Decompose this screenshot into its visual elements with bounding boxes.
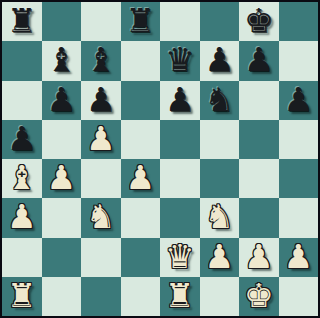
square-d8[interactable]: ♜ (121, 2, 161, 41)
square-a5[interactable]: ♟ (2, 120, 42, 159)
square-e3[interactable] (160, 198, 200, 237)
piece-white-pawn: ♟ (86, 122, 116, 155)
square-c1[interactable] (81, 277, 121, 316)
square-c8[interactable] (81, 2, 121, 41)
square-d1[interactable] (121, 277, 161, 316)
piece-white-queen: ♛ (165, 240, 195, 273)
square-b8[interactable] (42, 2, 82, 41)
square-g7[interactable]: ♟ (239, 41, 279, 80)
square-b5[interactable] (42, 120, 82, 159)
square-a6[interactable] (2, 81, 42, 120)
square-d5[interactable] (121, 120, 161, 159)
square-f3[interactable]: ♞ (200, 198, 240, 237)
piece-black-rook: ♜ (125, 4, 155, 37)
square-d6[interactable] (121, 81, 161, 120)
square-e5[interactable] (160, 120, 200, 159)
piece-white-knight: ♞ (204, 200, 234, 233)
square-f2[interactable]: ♟ (200, 238, 240, 277)
square-d7[interactable] (121, 41, 161, 80)
square-b2[interactable] (42, 238, 82, 277)
square-d4[interactable]: ♟ (121, 159, 161, 198)
square-g1[interactable]: ♚ (239, 277, 279, 316)
piece-black-pawn: ♟ (244, 43, 274, 76)
square-c7[interactable]: ♝ (81, 41, 121, 80)
square-e7[interactable]: ♛ (160, 41, 200, 80)
square-h2[interactable]: ♟ (279, 238, 319, 277)
square-f5[interactable] (200, 120, 240, 159)
square-b4[interactable]: ♟ (42, 159, 82, 198)
square-h6[interactable]: ♟ (279, 81, 319, 120)
piece-black-pawn: ♟ (7, 122, 37, 155)
square-b7[interactable]: ♝ (42, 41, 82, 80)
piece-white-pawn: ♟ (125, 161, 155, 194)
piece-black-queen: ♛ (165, 43, 195, 76)
square-c4[interactable] (81, 159, 121, 198)
square-g4[interactable] (239, 159, 279, 198)
square-f8[interactable] (200, 2, 240, 41)
square-e8[interactable] (160, 2, 200, 41)
square-a2[interactable] (2, 238, 42, 277)
piece-white-pawn: ♟ (244, 240, 274, 273)
square-f7[interactable]: ♟ (200, 41, 240, 80)
piece-black-king: ♚ (244, 4, 274, 37)
piece-black-pawn: ♟ (165, 83, 195, 116)
square-g3[interactable] (239, 198, 279, 237)
square-g2[interactable]: ♟ (239, 238, 279, 277)
square-f6[interactable]: ♞ (200, 81, 240, 120)
square-e1[interactable]: ♜ (160, 277, 200, 316)
square-h4[interactable] (279, 159, 319, 198)
piece-white-bishop: ♝ (7, 161, 37, 194)
board-grid: ♜♜♚♝♝♛♟♟♟♟♟♞♟♟♟♝♟♟♟♞♞♛♟♟♟♜♜♚ (2, 2, 318, 316)
piece-black-bishop: ♝ (86, 43, 116, 76)
square-h8[interactable] (279, 2, 319, 41)
square-f1[interactable] (200, 277, 240, 316)
square-b6[interactable]: ♟ (42, 81, 82, 120)
square-b1[interactable] (42, 277, 82, 316)
piece-white-pawn: ♟ (204, 240, 234, 273)
piece-white-rook: ♜ (165, 279, 195, 312)
square-e6[interactable]: ♟ (160, 81, 200, 120)
piece-black-pawn: ♟ (46, 83, 76, 116)
square-a7[interactable] (2, 41, 42, 80)
piece-white-pawn: ♟ (7, 200, 37, 233)
piece-white-rook: ♜ (7, 279, 37, 312)
piece-white-pawn: ♟ (46, 161, 76, 194)
square-g6[interactable] (239, 81, 279, 120)
piece-black-rook: ♜ (7, 4, 37, 37)
square-h7[interactable] (279, 41, 319, 80)
square-b3[interactable] (42, 198, 82, 237)
square-g5[interactable] (239, 120, 279, 159)
square-h5[interactable] (279, 120, 319, 159)
square-d3[interactable] (121, 198, 161, 237)
piece-black-knight: ♞ (204, 83, 234, 116)
square-a8[interactable]: ♜ (2, 2, 42, 41)
square-c5[interactable]: ♟ (81, 120, 121, 159)
square-a4[interactable]: ♝ (2, 159, 42, 198)
square-h3[interactable] (279, 198, 319, 237)
piece-black-bishop: ♝ (46, 43, 76, 76)
piece-black-pawn: ♟ (283, 83, 313, 116)
square-e4[interactable] (160, 159, 200, 198)
square-e2[interactable]: ♛ (160, 238, 200, 277)
square-c3[interactable]: ♞ (81, 198, 121, 237)
square-c2[interactable] (81, 238, 121, 277)
chess-board: ♜♜♚♝♝♛♟♟♟♟♟♞♟♟♟♝♟♟♟♞♞♛♟♟♟♜♜♚ (0, 0, 320, 318)
square-a1[interactable]: ♜ (2, 277, 42, 316)
square-f4[interactable] (200, 159, 240, 198)
piece-black-pawn: ♟ (86, 83, 116, 116)
piece-white-knight: ♞ (86, 200, 116, 233)
square-h1[interactable] (279, 277, 319, 316)
square-a3[interactable]: ♟ (2, 198, 42, 237)
piece-black-pawn: ♟ (204, 43, 234, 76)
square-g8[interactable]: ♚ (239, 2, 279, 41)
piece-white-king: ♚ (244, 279, 274, 312)
square-d2[interactable] (121, 238, 161, 277)
square-c6[interactable]: ♟ (81, 81, 121, 120)
piece-white-pawn: ♟ (283, 240, 313, 273)
